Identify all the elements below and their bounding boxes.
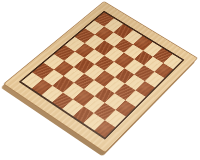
board-photo — [0, 0, 200, 160]
playing-field — [19, 11, 185, 140]
chess-board — [3, 1, 198, 153]
